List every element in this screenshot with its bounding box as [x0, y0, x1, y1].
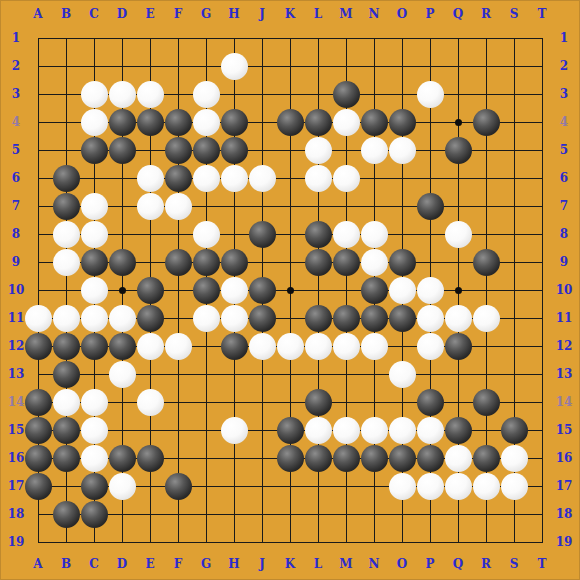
row-label-right: 3 [560, 87, 568, 101]
row-label-right: 15 [556, 423, 573, 437]
black-stone[interactable] [473, 109, 500, 136]
black-stone[interactable] [109, 137, 136, 164]
white-stone[interactable] [81, 417, 108, 444]
white-stone[interactable] [165, 333, 192, 360]
black-stone[interactable] [109, 249, 136, 276]
column-label-top: K [285, 7, 295, 21]
column-label-top: G [201, 7, 211, 21]
black-stone[interactable] [249, 305, 276, 332]
black-stone[interactable] [165, 473, 192, 500]
row-label-right: 17 [556, 479, 573, 493]
black-stone[interactable] [361, 305, 388, 332]
row-label-left: 1 [12, 31, 20, 45]
white-stone[interactable] [305, 165, 332, 192]
black-stone[interactable] [333, 445, 360, 472]
black-stone[interactable] [389, 109, 416, 136]
black-stone[interactable] [305, 221, 332, 248]
row-label-right: 16 [556, 451, 573, 465]
black-stone[interactable] [81, 333, 108, 360]
black-stone[interactable] [417, 445, 444, 472]
row-label-right: 14 [556, 395, 573, 409]
column-label-top: M [339, 7, 352, 21]
white-stone[interactable] [81, 193, 108, 220]
black-stone[interactable] [249, 277, 276, 304]
white-stone[interactable] [473, 473, 500, 500]
white-stone[interactable] [333, 417, 360, 444]
column-label-top: L [314, 7, 322, 21]
row-label-left: 19 [8, 535, 25, 549]
white-stone[interactable] [417, 277, 444, 304]
column-label-top: P [425, 7, 434, 21]
row-label-left: 13 [8, 367, 25, 381]
row-label-right: 18 [556, 507, 573, 521]
white-stone[interactable] [193, 165, 220, 192]
row-label-right: 10 [556, 283, 573, 297]
white-stone[interactable] [81, 277, 108, 304]
white-stone[interactable] [445, 445, 472, 472]
row-label-left: 3 [12, 87, 20, 101]
black-stone[interactable] [473, 445, 500, 472]
column-label-bottom: T [538, 557, 547, 571]
black-stone[interactable] [389, 249, 416, 276]
column-label-top: H [228, 7, 239, 21]
black-stone[interactable] [333, 249, 360, 276]
black-stone[interactable] [25, 445, 52, 472]
white-stone[interactable] [53, 249, 80, 276]
white-stone[interactable] [445, 305, 472, 332]
white-stone[interactable] [109, 473, 136, 500]
white-stone[interactable] [473, 305, 500, 332]
column-label-bottom: N [369, 557, 380, 571]
row-label-left: 9 [12, 255, 20, 269]
black-stone[interactable] [221, 137, 248, 164]
black-stone[interactable] [221, 333, 248, 360]
black-stone[interactable] [305, 389, 332, 416]
white-stone[interactable] [417, 305, 444, 332]
row-label-right: 2 [560, 59, 568, 73]
black-stone[interactable] [417, 389, 444, 416]
white-stone[interactable] [137, 333, 164, 360]
white-stone[interactable] [333, 109, 360, 136]
white-stone[interactable] [137, 193, 164, 220]
row-label-right: 6 [560, 171, 568, 185]
white-stone[interactable] [389, 473, 416, 500]
white-stone[interactable] [221, 53, 248, 80]
column-label-bottom: D [117, 557, 127, 571]
black-stone[interactable] [305, 109, 332, 136]
black-stone[interactable] [333, 305, 360, 332]
white-stone[interactable] [389, 137, 416, 164]
column-label-bottom: E [145, 557, 154, 571]
white-stone[interactable] [361, 137, 388, 164]
white-stone[interactable] [249, 333, 276, 360]
row-label-right: 12 [556, 339, 573, 353]
row-label-right: 4 [560, 115, 568, 129]
column-label-bottom: M [339, 557, 352, 571]
white-stone[interactable] [193, 221, 220, 248]
row-label-left: 14 [8, 395, 25, 409]
column-label-top: N [369, 7, 380, 21]
black-stone[interactable] [165, 137, 192, 164]
black-stone[interactable] [445, 137, 472, 164]
white-stone[interactable] [333, 221, 360, 248]
column-label-bottom: O [397, 557, 407, 571]
black-stone[interactable] [501, 417, 528, 444]
column-label-top: C [89, 7, 99, 21]
black-stone[interactable] [277, 417, 304, 444]
row-label-left: 2 [12, 59, 20, 73]
white-stone[interactable] [361, 333, 388, 360]
white-stone[interactable] [501, 445, 528, 472]
white-stone[interactable] [221, 165, 248, 192]
column-label-top: Q [453, 7, 463, 21]
black-stone[interactable] [137, 109, 164, 136]
row-label-left: 7 [12, 199, 20, 213]
column-label-bottom: Q [453, 557, 463, 571]
white-stone[interactable] [109, 81, 136, 108]
white-stone[interactable] [389, 277, 416, 304]
column-label-bottom: A [33, 557, 42, 571]
black-stone[interactable] [137, 277, 164, 304]
black-stone[interactable] [165, 249, 192, 276]
row-label-right: 5 [560, 143, 568, 157]
column-label-top: O [397, 7, 407, 21]
black-stone[interactable] [81, 137, 108, 164]
column-label-bottom: B [61, 557, 71, 571]
column-label-bottom: K [285, 557, 295, 571]
white-stone[interactable] [193, 109, 220, 136]
black-stone[interactable] [277, 109, 304, 136]
black-stone[interactable] [109, 333, 136, 360]
row-label-right: 1 [560, 31, 568, 45]
black-stone[interactable] [445, 333, 472, 360]
black-stone[interactable] [361, 445, 388, 472]
black-stone[interactable] [25, 389, 52, 416]
column-label-top: D [117, 7, 127, 21]
black-stone[interactable] [25, 333, 52, 360]
black-stone[interactable] [473, 249, 500, 276]
column-label-top: A [33, 7, 42, 21]
black-stone[interactable] [473, 389, 500, 416]
black-stone[interactable] [81, 249, 108, 276]
column-label-bottom: S [510, 557, 519, 571]
column-label-bottom: J [259, 557, 265, 571]
black-stone[interactable] [53, 445, 80, 472]
white-stone[interactable] [25, 305, 52, 332]
white-stone[interactable] [221, 277, 248, 304]
black-stone[interactable] [193, 277, 220, 304]
black-stone[interactable] [109, 109, 136, 136]
row-label-left: 15 [8, 423, 25, 437]
star-point [287, 287, 294, 294]
black-stone[interactable] [221, 109, 248, 136]
white-stone[interactable] [137, 389, 164, 416]
column-label-bottom: R [481, 557, 491, 571]
black-stone[interactable] [361, 277, 388, 304]
black-stone[interactable] [53, 501, 80, 528]
white-stone[interactable] [221, 305, 248, 332]
row-label-left: 5 [12, 143, 20, 157]
white-stone[interactable] [277, 333, 304, 360]
black-stone[interactable] [53, 333, 80, 360]
white-stone[interactable] [389, 361, 416, 388]
go-board: AABBCCDDEEFFGGHHJJKKLLMMNNOOPPQQRRSSTT11… [0, 0, 580, 580]
black-stone[interactable] [137, 305, 164, 332]
white-stone[interactable] [417, 333, 444, 360]
black-stone[interactable] [53, 417, 80, 444]
column-label-bottom: H [228, 557, 239, 571]
white-stone[interactable] [81, 221, 108, 248]
black-stone[interactable] [109, 445, 136, 472]
row-label-right: 8 [560, 227, 568, 241]
white-stone[interactable] [81, 445, 108, 472]
white-stone[interactable] [305, 333, 332, 360]
row-label-left: 10 [8, 283, 25, 297]
black-stone[interactable] [53, 193, 80, 220]
white-stone[interactable] [193, 305, 220, 332]
white-stone[interactable] [333, 333, 360, 360]
black-stone[interactable] [53, 165, 80, 192]
white-stone[interactable] [445, 221, 472, 248]
white-stone[interactable] [389, 417, 416, 444]
white-stone[interactable] [361, 221, 388, 248]
white-stone[interactable] [81, 81, 108, 108]
white-stone[interactable] [81, 305, 108, 332]
black-stone[interactable] [193, 137, 220, 164]
column-label-bottom: F [174, 557, 183, 571]
star-point [119, 287, 126, 294]
black-stone[interactable] [333, 81, 360, 108]
black-stone[interactable] [81, 473, 108, 500]
black-stone[interactable] [445, 417, 472, 444]
row-label-right: 9 [560, 255, 568, 269]
star-point [455, 119, 462, 126]
black-stone[interactable] [165, 165, 192, 192]
row-label-left: 16 [8, 451, 25, 465]
row-label-right: 7 [560, 199, 568, 213]
column-label-top: B [61, 7, 71, 21]
row-label-left: 17 [8, 479, 25, 493]
white-stone[interactable] [417, 473, 444, 500]
column-label-bottom: G [201, 557, 211, 571]
white-stone[interactable] [193, 81, 220, 108]
column-label-top: T [538, 7, 547, 21]
black-stone[interactable] [25, 473, 52, 500]
row-label-left: 12 [8, 339, 25, 353]
white-stone[interactable] [109, 305, 136, 332]
column-label-top: J [259, 7, 265, 21]
column-label-bottom: P [425, 557, 434, 571]
white-stone[interactable] [333, 165, 360, 192]
row-label-left: 11 [8, 311, 25, 325]
row-label-left: 4 [12, 115, 20, 129]
white-stone[interactable] [305, 417, 332, 444]
row-label-left: 8 [12, 227, 20, 241]
column-label-top: F [174, 7, 183, 21]
black-stone[interactable] [25, 417, 52, 444]
black-stone[interactable] [193, 249, 220, 276]
column-label-top: E [145, 7, 154, 21]
row-label-right: 19 [556, 535, 573, 549]
black-stone[interactable] [417, 193, 444, 220]
white-stone[interactable] [137, 81, 164, 108]
white-stone[interactable] [81, 389, 108, 416]
white-stone[interactable] [417, 81, 444, 108]
row-label-right: 11 [556, 311, 573, 325]
white-stone[interactable] [305, 137, 332, 164]
white-stone[interactable] [249, 165, 276, 192]
white-stone[interactable] [417, 417, 444, 444]
white-stone[interactable] [53, 221, 80, 248]
black-stone[interactable] [389, 305, 416, 332]
black-stone[interactable] [389, 445, 416, 472]
row-label-left: 18 [8, 507, 25, 521]
star-point [455, 287, 462, 294]
white-stone[interactable] [361, 417, 388, 444]
column-label-top: S [510, 7, 519, 21]
white-stone[interactable] [137, 165, 164, 192]
column-label-bottom: L [314, 557, 322, 571]
white-stone[interactable] [53, 389, 80, 416]
white-stone[interactable] [221, 417, 248, 444]
white-stone[interactable] [165, 193, 192, 220]
black-stone[interactable] [221, 249, 248, 276]
black-stone[interactable] [165, 109, 192, 136]
white-stone[interactable] [109, 361, 136, 388]
black-stone[interactable] [305, 249, 332, 276]
white-stone[interactable] [53, 305, 80, 332]
black-stone[interactable] [305, 305, 332, 332]
white-stone[interactable] [445, 473, 472, 500]
black-stone[interactable] [361, 109, 388, 136]
black-stone[interactable] [53, 361, 80, 388]
black-stone[interactable] [137, 445, 164, 472]
row-label-right: 13 [556, 367, 573, 381]
white-stone[interactable] [81, 109, 108, 136]
white-stone[interactable] [501, 473, 528, 500]
black-stone[interactable] [305, 445, 332, 472]
black-stone[interactable] [81, 501, 108, 528]
white-stone[interactable] [361, 249, 388, 276]
column-label-top: R [481, 7, 491, 21]
black-stone[interactable] [277, 445, 304, 472]
black-stone[interactable] [249, 221, 276, 248]
row-label-left: 6 [12, 171, 20, 185]
column-label-bottom: C [89, 557, 99, 571]
